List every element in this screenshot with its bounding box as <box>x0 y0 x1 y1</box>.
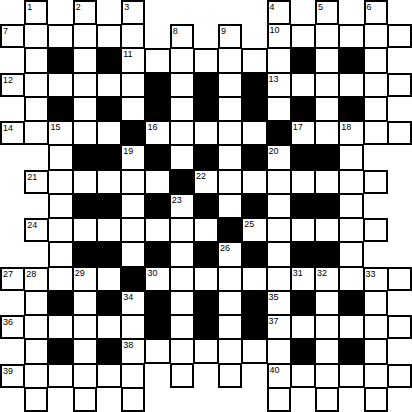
white-cell[interactable] <box>121 170 145 194</box>
clue-number: 12 <box>3 75 13 85</box>
white-cell[interactable] <box>73 97 97 121</box>
outside-area <box>0 170 24 194</box>
white-cell[interactable]: 19 <box>121 145 145 169</box>
white-cell[interactable] <box>388 315 412 339</box>
clue-number: 24 <box>27 220 37 230</box>
white-cell[interactable] <box>48 242 72 266</box>
white-cell[interactable]: 5 <box>315 0 339 24</box>
white-cell[interactable] <box>97 121 121 145</box>
outside-area <box>388 170 412 194</box>
white-cell[interactable]: 34 <box>121 291 145 315</box>
white-cell[interactable] <box>364 73 388 97</box>
white-cell[interactable] <box>267 218 291 242</box>
white-cell[interactable] <box>242 121 266 145</box>
white-cell[interactable] <box>121 315 145 339</box>
white-cell[interactable] <box>218 339 242 363</box>
white-cell[interactable] <box>121 97 145 121</box>
white-cell[interactable] <box>145 170 169 194</box>
white-cell[interactable] <box>170 97 194 121</box>
outside-area <box>291 0 315 24</box>
white-cell[interactable] <box>121 194 145 218</box>
white-cell[interactable] <box>48 218 72 242</box>
white-cell[interactable] <box>48 73 72 97</box>
outside-area <box>242 364 266 388</box>
white-cell[interactable] <box>388 364 412 388</box>
white-cell[interactable] <box>218 145 242 169</box>
white-cell[interactable]: 16 <box>145 121 169 145</box>
white-cell[interactable] <box>267 267 291 291</box>
black-cell <box>267 121 291 145</box>
clue-number: 7 <box>3 26 8 36</box>
clue-number: 18 <box>341 122 351 132</box>
white-cell[interactable]: 27 <box>0 267 24 291</box>
white-cell[interactable] <box>339 145 363 169</box>
black-cell <box>121 121 145 145</box>
black-cell <box>48 48 72 72</box>
black-cell <box>97 145 121 169</box>
white-cell[interactable] <box>315 24 339 48</box>
white-cell[interactable] <box>339 315 363 339</box>
white-cell[interactable] <box>170 48 194 72</box>
white-cell[interactable] <box>218 121 242 145</box>
white-cell[interactable]: 13 <box>267 73 291 97</box>
black-cell <box>194 291 218 315</box>
white-cell[interactable] <box>315 291 339 315</box>
white-cell[interactable] <box>364 24 388 48</box>
white-cell[interactable]: 10 <box>267 24 291 48</box>
white-cell[interactable] <box>218 291 242 315</box>
white-cell[interactable] <box>97 170 121 194</box>
outside-area <box>194 0 218 24</box>
white-cell[interactable] <box>73 170 97 194</box>
white-cell[interactable] <box>315 339 339 363</box>
white-cell[interactable] <box>145 48 169 72</box>
white-cell[interactable] <box>315 97 339 121</box>
outside-area <box>0 145 24 169</box>
black-cell <box>242 194 266 218</box>
white-cell[interactable] <box>364 218 388 242</box>
outside-area <box>48 388 72 412</box>
white-cell[interactable] <box>170 73 194 97</box>
white-cell[interactable]: 25 <box>242 218 266 242</box>
outside-area <box>388 388 412 412</box>
clue-number: 13 <box>269 74 279 84</box>
black-cell <box>339 48 363 72</box>
black-cell <box>194 145 218 169</box>
clue-number: 28 <box>26 269 36 279</box>
white-cell[interactable] <box>388 267 412 291</box>
white-cell[interactable] <box>73 48 97 72</box>
clue-number: 35 <box>269 292 279 302</box>
white-cell[interactable] <box>291 73 315 97</box>
white-cell[interactable] <box>48 364 72 388</box>
outside-area <box>0 97 24 121</box>
white-cell[interactable] <box>291 315 315 339</box>
white-cell[interactable] <box>194 121 218 145</box>
white-cell[interactable] <box>315 170 339 194</box>
black-cell <box>291 291 315 315</box>
white-cell[interactable] <box>73 121 97 145</box>
black-cell <box>145 194 169 218</box>
white-cell[interactable] <box>315 48 339 72</box>
white-cell[interactable] <box>73 339 97 363</box>
white-cell[interactable]: 26 <box>218 242 242 266</box>
white-cell[interactable] <box>339 73 363 97</box>
outside-area <box>0 291 24 315</box>
outside-area <box>145 364 169 388</box>
white-cell[interactable]: 14 <box>0 121 24 145</box>
white-cell[interactable] <box>242 267 266 291</box>
white-cell[interactable]: 18 <box>339 121 363 145</box>
black-cell <box>242 73 266 97</box>
black-cell <box>291 48 315 72</box>
white-cell[interactable] <box>121 73 145 97</box>
outside-area <box>388 0 412 24</box>
white-cell[interactable] <box>48 145 72 169</box>
white-cell[interactable]: 33 <box>364 267 388 291</box>
outside-area <box>145 24 169 48</box>
white-cell[interactable]: 29 <box>73 267 97 291</box>
white-cell[interactable] <box>315 218 339 242</box>
white-cell[interactable] <box>121 364 145 388</box>
white-cell[interactable]: 22 <box>194 170 218 194</box>
clue-number: 19 <box>123 146 133 156</box>
white-cell[interactable] <box>267 97 291 121</box>
black-cell <box>97 48 121 72</box>
white-cell[interactable] <box>218 73 242 97</box>
outside-area <box>145 0 169 24</box>
white-cell[interactable] <box>291 364 315 388</box>
black-cell <box>242 315 266 339</box>
clue-number: 2 <box>76 2 81 12</box>
white-cell[interactable] <box>170 315 194 339</box>
white-cell[interactable]: 31 <box>291 267 315 291</box>
black-cell <box>97 97 121 121</box>
black-cell <box>315 145 339 169</box>
black-cell <box>97 339 121 363</box>
black-cell <box>145 73 169 97</box>
clue-number: 9 <box>221 26 226 36</box>
white-cell[interactable] <box>24 291 48 315</box>
white-cell[interactable] <box>388 24 412 48</box>
white-cell[interactable] <box>267 194 291 218</box>
white-cell[interactable] <box>339 170 363 194</box>
clue-number: 1 <box>27 2 32 12</box>
white-cell[interactable] <box>267 48 291 72</box>
clue-number: 27 <box>3 269 13 279</box>
white-cell[interactable] <box>364 121 388 145</box>
white-cell[interactable] <box>121 242 145 266</box>
white-cell[interactable] <box>218 194 242 218</box>
outside-area <box>218 0 242 24</box>
black-cell <box>339 97 363 121</box>
white-cell[interactable]: 38 <box>121 339 145 363</box>
white-cell[interactable] <box>339 218 363 242</box>
outside-area <box>194 24 218 48</box>
white-cell[interactable] <box>242 339 266 363</box>
white-cell[interactable] <box>339 267 363 291</box>
white-cell[interactable] <box>194 48 218 72</box>
outside-area <box>388 97 412 121</box>
outside-area <box>145 388 169 412</box>
white-cell[interactable] <box>170 291 194 315</box>
clue-number: 22 <box>196 171 206 181</box>
white-cell[interactable] <box>24 48 48 72</box>
outside-area <box>388 194 412 218</box>
white-cell[interactable] <box>24 97 48 121</box>
white-cell[interactable]: 1 <box>24 0 48 24</box>
clue-number: 6 <box>367 2 372 12</box>
outside-area <box>339 388 363 412</box>
white-cell[interactable] <box>170 242 194 266</box>
white-cell[interactable]: 24 <box>24 218 48 242</box>
white-cell[interactable] <box>315 364 339 388</box>
white-cell[interactable] <box>170 145 194 169</box>
white-cell[interactable] <box>48 315 72 339</box>
white-cell[interactable]: 20 <box>267 145 291 169</box>
white-cell[interactable] <box>218 267 242 291</box>
white-cell[interactable] <box>121 218 145 242</box>
white-cell[interactable]: 37 <box>267 315 291 339</box>
white-cell[interactable] <box>48 170 72 194</box>
white-cell[interactable] <box>24 24 48 48</box>
clue-number: 25 <box>244 219 254 229</box>
white-cell[interactable] <box>218 364 242 388</box>
clue-number: 20 <box>269 146 279 156</box>
black-cell <box>97 194 121 218</box>
white-cell[interactable] <box>315 73 339 97</box>
white-cell[interactable] <box>73 364 97 388</box>
white-cell[interactable] <box>364 364 388 388</box>
black-cell <box>339 291 363 315</box>
outside-area <box>291 388 315 412</box>
outside-area <box>48 0 72 24</box>
white-cell[interactable] <box>121 24 145 48</box>
black-cell <box>291 194 315 218</box>
white-cell[interactable]: 28 <box>24 267 48 291</box>
white-cell[interactable]: 21 <box>24 170 48 194</box>
clue-number: 39 <box>3 366 13 376</box>
outside-area <box>0 339 24 363</box>
white-cell[interactable]: 2 <box>73 0 97 24</box>
white-cell[interactable]: 6 <box>364 0 388 24</box>
white-cell[interactable] <box>145 339 169 363</box>
clue-number: 14 <box>3 123 13 133</box>
white-cell[interactable] <box>194 339 218 363</box>
white-cell[interactable]: 30 <box>145 267 169 291</box>
white-cell[interactable] <box>97 364 121 388</box>
white-cell[interactable] <box>170 364 194 388</box>
black-cell <box>97 242 121 266</box>
black-cell <box>97 291 121 315</box>
white-cell[interactable] <box>145 218 169 242</box>
outside-area <box>388 339 412 363</box>
white-cell[interactable] <box>97 73 121 97</box>
black-cell <box>121 267 145 291</box>
white-cell[interactable] <box>267 388 291 412</box>
white-cell[interactable] <box>267 339 291 363</box>
white-cell[interactable] <box>267 242 291 266</box>
white-cell[interactable]: 9 <box>218 24 242 48</box>
white-cell[interactable]: 8 <box>170 24 194 48</box>
white-cell[interactable]: 3 <box>121 0 145 24</box>
white-cell[interactable] <box>97 267 121 291</box>
outside-area <box>364 145 388 169</box>
white-cell[interactable] <box>73 388 97 412</box>
white-cell[interactable]: 32 <box>315 267 339 291</box>
black-cell <box>48 291 72 315</box>
black-cell <box>73 194 97 218</box>
white-cell[interactable] <box>24 315 48 339</box>
black-cell <box>73 242 97 266</box>
outside-area <box>0 242 24 266</box>
white-cell[interactable] <box>97 315 121 339</box>
white-cell[interactable] <box>339 364 363 388</box>
clue-number: 29 <box>75 268 85 278</box>
white-cell[interactable] <box>170 339 194 363</box>
white-cell[interactable] <box>364 170 388 194</box>
white-cell[interactable] <box>364 388 388 412</box>
white-cell[interactable]: 12 <box>0 73 24 97</box>
outside-area <box>0 194 24 218</box>
white-cell[interactable]: 7 <box>0 24 24 48</box>
white-cell[interactable] <box>242 48 266 72</box>
black-cell <box>242 242 266 266</box>
white-cell[interactable] <box>218 48 242 72</box>
white-cell[interactable] <box>73 73 97 97</box>
white-cell[interactable] <box>242 170 266 194</box>
outside-area <box>218 388 242 412</box>
white-cell[interactable] <box>388 121 412 145</box>
white-cell[interactable] <box>170 121 194 145</box>
white-cell[interactable] <box>24 339 48 363</box>
clue-number: 32 <box>317 268 327 278</box>
clue-number: 15 <box>50 122 60 132</box>
white-cell[interactable] <box>339 194 363 218</box>
white-cell[interactable] <box>24 364 48 388</box>
outside-area <box>97 0 121 24</box>
white-cell[interactable] <box>291 24 315 48</box>
white-cell[interactable] <box>194 218 218 242</box>
black-cell <box>315 194 339 218</box>
white-cell[interactable] <box>364 97 388 121</box>
white-cell[interactable]: 40 <box>267 364 291 388</box>
white-cell[interactable] <box>24 388 48 412</box>
white-cell[interactable] <box>218 170 242 194</box>
white-cell[interactable] <box>388 73 412 97</box>
white-cell[interactable] <box>170 267 194 291</box>
outside-area <box>24 145 48 169</box>
clue-number: 26 <box>220 243 230 253</box>
outside-area <box>242 388 266 412</box>
white-cell[interactable]: 23 <box>170 194 194 218</box>
white-cell[interactable]: 4 <box>267 0 291 24</box>
outside-area <box>0 0 24 24</box>
white-cell[interactable] <box>364 339 388 363</box>
white-cell[interactable] <box>267 170 291 194</box>
clue-number: 8 <box>173 26 178 36</box>
black-cell <box>145 242 169 266</box>
white-cell[interactable] <box>364 48 388 72</box>
white-cell[interactable] <box>24 121 48 145</box>
black-cell <box>291 242 315 266</box>
black-cell <box>145 97 169 121</box>
black-cell <box>73 145 97 169</box>
outside-area <box>364 194 388 218</box>
white-cell[interactable] <box>48 24 72 48</box>
white-cell[interactable]: 39 <box>0 364 24 388</box>
white-cell[interactable] <box>315 121 339 145</box>
clue-number: 21 <box>27 172 37 182</box>
black-cell <box>291 145 315 169</box>
outside-area <box>194 388 218 412</box>
white-cell[interactable] <box>315 315 339 339</box>
black-cell <box>48 97 72 121</box>
outside-area <box>388 291 412 315</box>
outside-area <box>24 242 48 266</box>
white-cell[interactable] <box>97 24 121 48</box>
white-cell[interactable] <box>73 218 97 242</box>
white-cell[interactable] <box>218 315 242 339</box>
white-cell[interactable] <box>24 73 48 97</box>
outside-area <box>388 218 412 242</box>
white-cell[interactable] <box>73 315 97 339</box>
black-cell <box>48 339 72 363</box>
black-cell <box>242 291 266 315</box>
black-cell <box>218 218 242 242</box>
outside-area <box>97 388 121 412</box>
white-cell[interactable] <box>291 170 315 194</box>
black-cell <box>145 291 169 315</box>
outside-area <box>0 388 24 412</box>
white-cell[interactable] <box>48 194 72 218</box>
clue-number: 38 <box>123 340 133 350</box>
black-cell <box>194 97 218 121</box>
clue-number: 40 <box>270 365 280 375</box>
outside-area <box>0 48 24 72</box>
white-cell[interactable] <box>339 242 363 266</box>
white-cell[interactable] <box>291 218 315 242</box>
white-cell[interactable] <box>48 267 72 291</box>
white-cell[interactable] <box>97 218 121 242</box>
white-cell[interactable]: 17 <box>291 121 315 145</box>
white-cell[interactable]: 15 <box>48 121 72 145</box>
outside-area <box>242 24 266 48</box>
white-cell[interactable]: 35 <box>267 291 291 315</box>
white-cell[interactable] <box>339 24 363 48</box>
black-cell <box>194 242 218 266</box>
white-cell[interactable] <box>170 218 194 242</box>
clue-number: 5 <box>318 2 323 12</box>
white-cell[interactable]: 11 <box>121 48 145 72</box>
white-cell[interactable]: 36 <box>0 315 24 339</box>
clue-number: 31 <box>293 268 303 278</box>
black-cell <box>242 145 266 169</box>
clue-number: 36 <box>3 317 13 327</box>
white-cell[interactable] <box>73 24 97 48</box>
black-cell <box>194 315 218 339</box>
white-cell[interactable] <box>364 291 388 315</box>
black-cell <box>145 145 169 169</box>
white-cell[interactable] <box>121 388 145 412</box>
outside-area <box>170 388 194 412</box>
white-cell[interactable] <box>364 315 388 339</box>
white-cell[interactable] <box>315 388 339 412</box>
white-cell[interactable] <box>73 291 97 315</box>
white-cell[interactable] <box>194 267 218 291</box>
clue-number: 34 <box>123 292 133 302</box>
white-cell[interactable] <box>218 97 242 121</box>
